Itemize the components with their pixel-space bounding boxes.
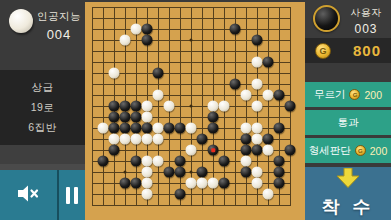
white-stone: [142, 167, 153, 178]
user-player-name: 사용자: [345, 6, 387, 20]
white-stone: [263, 189, 274, 200]
judge-button[interactable]: 형세판단 G 200: [305, 135, 391, 163]
pause-button[interactable]: [59, 170, 85, 220]
black-stone-avatar: [313, 5, 340, 32]
white-stone: [153, 156, 164, 167]
black-stone: [142, 123, 153, 134]
black-stone: [98, 156, 109, 167]
white-stone: [186, 123, 197, 134]
black-stone: [120, 101, 131, 112]
judge-button-label: 형세판단: [309, 144, 351, 158]
black-stone: [164, 123, 175, 134]
mute-button[interactable]: [0, 170, 59, 220]
black-stone: [241, 134, 252, 145]
black-stone: [197, 134, 208, 145]
board-size-label: 19로: [31, 101, 55, 115]
white-stone: [241, 123, 252, 134]
white-stone: [98, 123, 109, 134]
black-stone: [175, 123, 186, 134]
white-stone: [164, 101, 175, 112]
star-point: [124, 171, 127, 174]
white-stone: [120, 134, 131, 145]
black-stone: [197, 167, 208, 178]
down-arrow-icon: [336, 168, 360, 192]
black-stone: [109, 123, 120, 134]
coin-icon: G: [349, 89, 360, 100]
black-stone: [219, 178, 230, 189]
white-stone: [241, 90, 252, 101]
black-stone: [109, 145, 120, 156]
black-stone: [109, 101, 120, 112]
user-player-score: 003: [345, 22, 387, 36]
coin-icon: G: [315, 43, 331, 59]
black-stone: [120, 123, 131, 134]
black-stone: [252, 35, 263, 46]
white-stone: [252, 123, 263, 134]
white-stone: [208, 178, 219, 189]
black-stone: [285, 145, 296, 156]
white-stone: [142, 112, 153, 123]
white-stone: [153, 134, 164, 145]
ai-player-name: 인공지능: [36, 10, 82, 24]
black-stone: [252, 145, 263, 156]
white-stone: [120, 35, 131, 46]
pass-button-label: 통과: [338, 116, 359, 130]
komi-label: 6집반: [28, 121, 56, 135]
black-stone: [164, 167, 175, 178]
coin-balance-panel: G 800: [305, 38, 391, 63]
black-stone: [263, 134, 274, 145]
black-stone: [153, 68, 164, 79]
speaker-muted-icon: [18, 185, 40, 206]
place-stone-button[interactable]: 착 수: [305, 163, 391, 220]
white-stone: [252, 134, 263, 145]
star-point: [190, 39, 193, 42]
white-stone: [252, 178, 263, 189]
black-stone: [142, 35, 153, 46]
black-stone: [274, 178, 285, 189]
undo-cost: 200: [364, 89, 382, 101]
black-stone: [131, 112, 142, 123]
ai-player-panel: 인공지능 004: [0, 0, 85, 70]
white-stone: [131, 24, 142, 35]
black-stone: [131, 123, 142, 134]
white-stone: [142, 178, 153, 189]
white-stone: [252, 101, 263, 112]
black-stone: [208, 145, 219, 156]
white-stone: [219, 101, 230, 112]
white-stone: [252, 79, 263, 90]
black-stone: [142, 24, 153, 35]
last-move-marker: [211, 148, 216, 153]
star-point: [190, 105, 193, 108]
white-stone: [142, 101, 153, 112]
white-stone: [186, 178, 197, 189]
black-stone: [208, 123, 219, 134]
user-player-panel: 사용자 003: [305, 0, 391, 38]
black-stone: [230, 79, 241, 90]
game-level-label: 상급: [32, 81, 54, 95]
black-stone: [175, 189, 186, 200]
place-stone-label: 착 수: [321, 195, 374, 219]
white-stone: [263, 145, 274, 156]
black-stone: [274, 123, 285, 134]
white-stone: [186, 145, 197, 156]
judge-cost: 200: [370, 145, 388, 157]
black-stone: [241, 145, 252, 156]
white-stone: [252, 167, 263, 178]
white-stone: [109, 68, 120, 79]
white-stone: [142, 189, 153, 200]
right-sidebar: 사용자 003 G 800 무르기 G 200 통과 형세판단 G 200: [305, 0, 391, 220]
white-stone: [153, 123, 164, 134]
coin-icon: G: [355, 145, 366, 156]
white-stone: [263, 90, 274, 101]
black-stone: [175, 156, 186, 167]
black-stone: [131, 156, 142, 167]
black-stone: [175, 167, 186, 178]
undo-button[interactable]: 무르기 G 200: [305, 79, 391, 107]
undo-button-label: 무르기: [314, 88, 346, 102]
black-stone: [263, 57, 274, 68]
left-sidebar-spacer: [0, 145, 85, 170]
white-stone: [197, 178, 208, 189]
pass-button[interactable]: 통과: [305, 107, 391, 135]
left-sidebar: 인공지능 004 상급 19로 6집반: [0, 0, 85, 220]
game-info-panel: 상급 19로 6집반: [0, 70, 85, 145]
pause-icon: [66, 187, 78, 204]
white-stone: [153, 90, 164, 101]
white-stone-avatar: [9, 9, 33, 33]
coin-balance: 800: [331, 42, 381, 59]
go-game-app: 인공지능 004 상급 19로 6집반: [0, 0, 391, 220]
star-point: [190, 171, 193, 174]
go-board[interactable]: [85, 0, 305, 220]
white-stone: [142, 134, 153, 145]
white-stone: [109, 134, 120, 145]
right-sidebar-spacer: [305, 63, 391, 79]
black-stone: [274, 156, 285, 167]
white-stone: [241, 156, 252, 167]
white-stone: [208, 101, 219, 112]
black-stone: [219, 156, 230, 167]
white-stone: [142, 156, 153, 167]
black-stone: [274, 90, 285, 101]
black-stone: [241, 167, 252, 178]
black-stone: [120, 112, 131, 123]
black-stone: [274, 167, 285, 178]
black-stone: [109, 112, 120, 123]
black-stone: [230, 24, 241, 35]
black-stone: [285, 101, 296, 112]
black-stone: [131, 101, 142, 112]
white-stone: [252, 57, 263, 68]
white-stone: [131, 134, 142, 145]
black-stone: [208, 112, 219, 123]
black-stone: [120, 178, 131, 189]
black-stone: [131, 178, 142, 189]
ai-player-score: 004: [36, 27, 82, 42]
